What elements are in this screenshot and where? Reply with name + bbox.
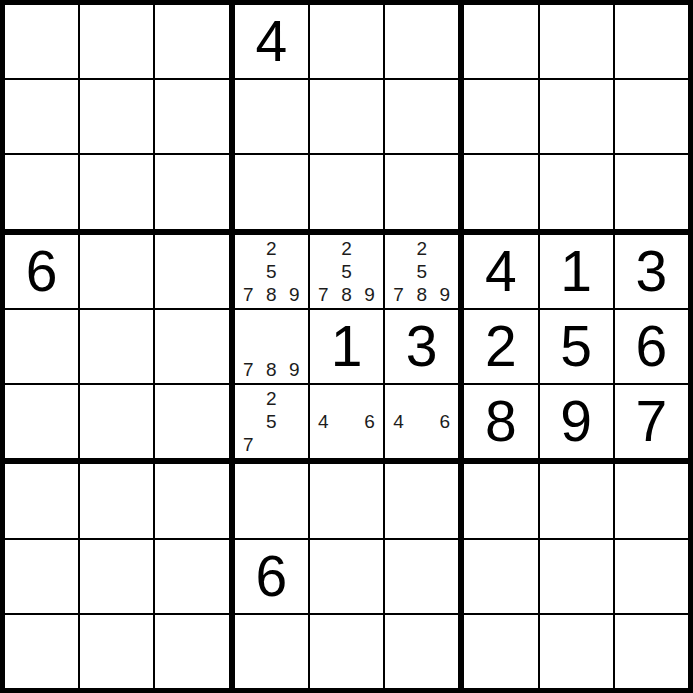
pencil-marks: 46: [312, 387, 381, 456]
candidate-digit: 4: [312, 410, 335, 433]
cell-r6c2[interactable]: [80, 385, 153, 458]
cell-r3c3[interactable]: [155, 155, 228, 228]
cell-r9c9[interactable]: [615, 615, 688, 688]
cell-r5c4[interactable]: 789: [235, 310, 308, 383]
candidate-digit: 7: [237, 283, 260, 306]
cell-r5c6[interactable]: 3: [385, 310, 458, 383]
cell-r1c7[interactable]: [464, 5, 537, 78]
cell-r9c7[interactable]: [464, 615, 537, 688]
candidate-digit: 9: [283, 283, 306, 306]
candidate-digit: 5: [410, 260, 433, 283]
cell-r9c5[interactable]: [310, 615, 383, 688]
cell-r6c3[interactable]: [155, 385, 228, 458]
cell-r6c7[interactable]: 8: [464, 385, 537, 458]
cell-r2c4[interactable]: [235, 80, 308, 153]
cell-r2c9[interactable]: [615, 80, 688, 153]
cell-r7c6[interactable]: [385, 464, 458, 537]
cell-r2c1[interactable]: [5, 80, 78, 153]
cell-r2c3[interactable]: [155, 80, 228, 153]
cell-value: 3: [406, 318, 438, 375]
cell-value: 5: [560, 318, 592, 375]
cell-r9c2[interactable]: [80, 615, 153, 688]
cell-r9c6[interactable]: [385, 615, 458, 688]
cell-r3c6[interactable]: [385, 155, 458, 228]
candidate-digit: 2: [410, 237, 433, 260]
cell-r2c8[interactable]: [540, 80, 613, 153]
cell-r2c7[interactable]: [464, 80, 537, 153]
cell-r4c1[interactable]: 6: [5, 235, 78, 308]
candidate-digit: 8: [335, 283, 358, 306]
candidate-digit: 5: [260, 410, 283, 433]
pencil-marks: 46: [387, 387, 456, 456]
candidate-digit: 7: [387, 283, 410, 306]
cell-r6c1[interactable]: [5, 385, 78, 458]
cell-r7c9[interactable]: [615, 464, 688, 537]
pencil-marks: 25789: [237, 237, 306, 306]
cell-r1c1[interactable]: [5, 5, 78, 78]
cell-r5c3[interactable]: [155, 310, 228, 383]
cell-r3c8[interactable]: [540, 155, 613, 228]
cell-r5c7[interactable]: 2: [464, 310, 537, 383]
pencil-marks: 25789: [312, 237, 381, 306]
candidate-digit: 5: [335, 260, 358, 283]
cell-r1c5[interactable]: [310, 5, 383, 78]
cell-r3c1[interactable]: [5, 155, 78, 228]
candidate-digit: 6: [433, 410, 456, 433]
pencil-marks: 25789: [387, 237, 456, 306]
cell-value: 7: [636, 393, 668, 450]
cell-r7c4[interactable]: [235, 464, 308, 537]
cell-r5c1[interactable]: [5, 310, 78, 383]
candidate-digit: 9: [358, 283, 381, 306]
cell-r7c3[interactable]: [155, 464, 228, 537]
candidate-digit: 7: [237, 358, 260, 381]
cell-r5c5[interactable]: 1: [310, 310, 383, 383]
cell-value: 4: [485, 243, 517, 300]
box-2-2: 257892578925789789132574646: [235, 235, 459, 459]
candidate-digit: 5: [260, 260, 283, 283]
cell-r8c8[interactable]: [540, 540, 613, 613]
cell-r3c4[interactable]: [235, 155, 308, 228]
cell-r4c7[interactable]: 4: [464, 235, 537, 308]
cell-r6c9[interactable]: 7: [615, 385, 688, 458]
cell-value: 3: [636, 243, 668, 300]
pencil-marks: 789: [237, 312, 306, 381]
box-1-3: [464, 5, 688, 229]
cell-r1c8[interactable]: [540, 5, 613, 78]
cell-r6c5[interactable]: 46: [310, 385, 383, 458]
candidate-digit: 2: [335, 237, 358, 260]
candidate-digit: 2: [260, 387, 283, 410]
cell-r6c4[interactable]: 257: [235, 385, 308, 458]
cell-value: 2: [485, 318, 517, 375]
candidate-digit: 7: [237, 433, 260, 456]
cell-r5c2[interactable]: [80, 310, 153, 383]
cell-r3c2[interactable]: [80, 155, 153, 228]
cell-r9c3[interactable]: [155, 615, 228, 688]
cell-r9c1[interactable]: [5, 615, 78, 688]
box-3-3: [464, 464, 688, 688]
cell-value: 8: [485, 393, 517, 450]
box-1-1: [5, 5, 229, 229]
cell-value: 9: [560, 393, 592, 450]
cell-r2c6[interactable]: [385, 80, 458, 153]
candidate-digit: 7: [312, 283, 335, 306]
candidate-digit: 9: [283, 358, 306, 381]
cell-r7c1[interactable]: [5, 464, 78, 537]
cell-r1c9[interactable]: [615, 5, 688, 78]
cell-r3c5[interactable]: [310, 155, 383, 228]
cell-r8c3[interactable]: [155, 540, 228, 613]
candidate-digit: 9: [433, 283, 456, 306]
cell-r1c4[interactable]: 4: [235, 5, 308, 78]
box-2-1: 6: [5, 235, 229, 459]
cell-value: 6: [26, 243, 58, 300]
cell-r2c2[interactable]: [80, 80, 153, 153]
cell-r7c8[interactable]: [540, 464, 613, 537]
cell-r4c8[interactable]: 1: [540, 235, 613, 308]
cell-r8c6[interactable]: [385, 540, 458, 613]
cell-r1c3[interactable]: [155, 5, 228, 78]
cell-value: 6: [255, 548, 287, 605]
cell-r7c5[interactable]: [310, 464, 383, 537]
cell-r7c2[interactable]: [80, 464, 153, 537]
cell-r6c6[interactable]: 46: [385, 385, 458, 458]
box-1-2: 4: [235, 5, 459, 229]
cell-r8c4[interactable]: 6: [235, 540, 308, 613]
cell-r1c2[interactable]: [80, 5, 153, 78]
candidate-digit: 6: [358, 410, 381, 433]
cell-r4c9[interactable]: 3: [615, 235, 688, 308]
candidate-digit: 8: [260, 358, 283, 381]
candidate-digit: 8: [260, 283, 283, 306]
cell-r5c9[interactable]: 6: [615, 310, 688, 383]
cell-r7c7[interactable]: [464, 464, 537, 537]
cell-value: 4: [255, 13, 287, 70]
box-3-1: [5, 464, 229, 688]
cell-value: 1: [560, 243, 592, 300]
candidate-digit: 2: [260, 237, 283, 260]
cell-r6c8[interactable]: 9: [540, 385, 613, 458]
cell-r3c7[interactable]: [464, 155, 537, 228]
cell-r4c2[interactable]: [80, 235, 153, 308]
cell-r1c6[interactable]: [385, 5, 458, 78]
cell-value: 1: [331, 318, 363, 375]
box-3-2: 6: [235, 464, 459, 688]
sudoku-board: 462578925789257897891325746464132568976: [0, 0, 693, 693]
cell-r5c8[interactable]: 5: [540, 310, 613, 383]
cell-r9c8[interactable]: [540, 615, 613, 688]
candidate-digit: 8: [410, 283, 433, 306]
cell-r4c6[interactable]: 25789: [385, 235, 458, 308]
pencil-marks: 257: [237, 387, 306, 456]
cell-value: 6: [636, 318, 668, 375]
cell-r8c5[interactable]: [310, 540, 383, 613]
candidate-digit: 4: [387, 410, 410, 433]
cell-r2c5[interactable]: [310, 80, 383, 153]
cell-r9c4[interactable]: [235, 615, 308, 688]
cell-r4c3[interactable]: [155, 235, 228, 308]
cell-r8c1[interactable]: [5, 540, 78, 613]
cell-r8c9[interactable]: [615, 540, 688, 613]
cell-r8c2[interactable]: [80, 540, 153, 613]
box-2-3: 413256897: [464, 235, 688, 459]
cell-r3c9[interactable]: [615, 155, 688, 228]
cell-r4c4[interactable]: 25789: [235, 235, 308, 308]
cell-r8c7[interactable]: [464, 540, 537, 613]
cell-r4c5[interactable]: 25789: [310, 235, 383, 308]
